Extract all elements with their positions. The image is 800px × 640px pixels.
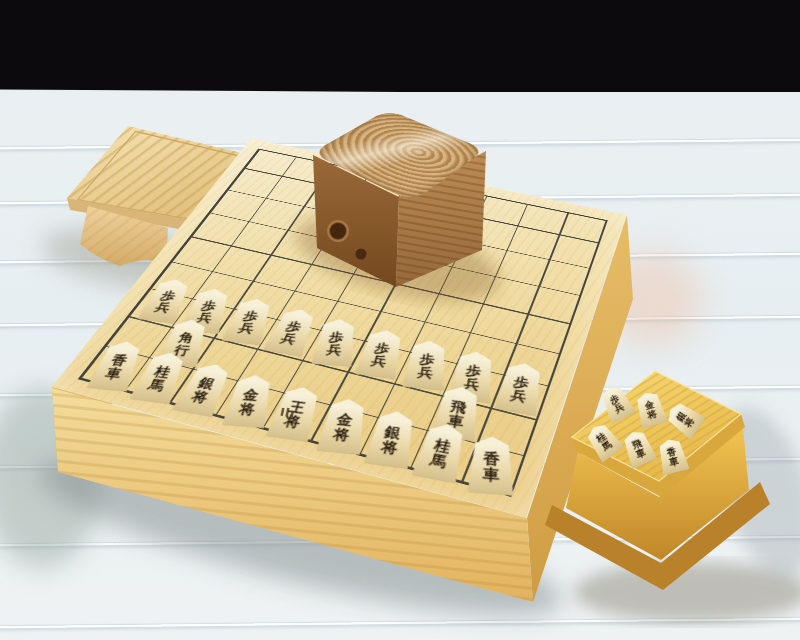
piece-kanji: 兵	[613, 403, 626, 416]
piece-kanji: 馬	[601, 440, 614, 453]
over-layer	[0, 0, 800, 640]
piece-kanji: 将	[646, 410, 658, 422]
lid-piece-1[interactable]: 歩兵	[597, 382, 637, 425]
piece-kanji: 車	[635, 448, 647, 461]
lid-piece-4[interactable]: 桂馬	[583, 419, 625, 462]
piece-kanji: 将	[683, 416, 696, 429]
wood-knot	[330, 223, 346, 239]
right-box-shadow	[574, 562, 800, 622]
lid-piece-display: 歩兵金将銀将桂馬飛車香車	[573, 376, 723, 486]
lid-piece-5[interactable]: 飛車	[620, 427, 658, 469]
lid-piece-3[interactable]: 銀将	[663, 398, 706, 440]
scene: 歩兵歩兵歩兵歩兵歩兵歩兵歩兵歩兵歩兵角行飛車香車桂馬銀将金将王将金将銀将桂馬香車	[0, 0, 800, 640]
lid-piece-6[interactable]: 香車	[655, 436, 689, 476]
piece-kanji: 車	[668, 457, 680, 469]
lid-piece-2[interactable]: 金将	[633, 389, 668, 429]
wood-knot	[356, 249, 367, 260]
